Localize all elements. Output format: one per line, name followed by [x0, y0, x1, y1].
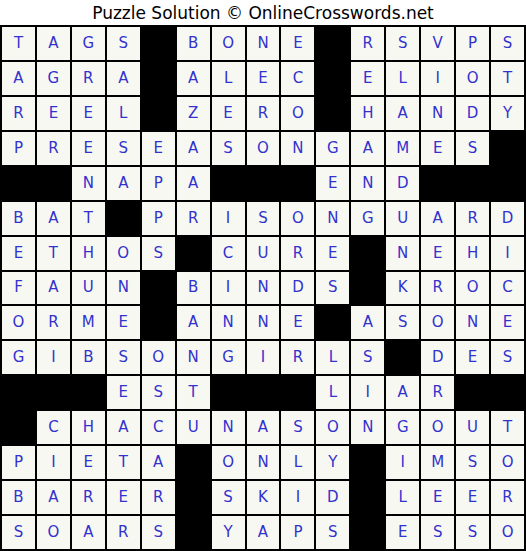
letter-cell: O	[316, 411, 349, 444]
letter-cell: O	[421, 306, 454, 339]
letter-cell: G	[37, 62, 70, 95]
block-cell	[72, 376, 105, 409]
block-cell	[247, 167, 280, 200]
block-cell	[386, 341, 419, 374]
letter-cell: G	[212, 341, 245, 374]
letter-cell: L	[281, 446, 314, 479]
letter-cell: S	[212, 132, 245, 165]
letter-cell: O	[456, 272, 489, 305]
block-cell	[247, 376, 280, 409]
letter-cell: A	[351, 306, 384, 339]
letter-cell: O	[456, 62, 489, 95]
letter-cell: O	[212, 27, 245, 60]
letter-cell: N	[247, 27, 280, 60]
letter-cell: Y	[491, 97, 524, 130]
letter-cell: T	[72, 202, 105, 235]
letter-cell: E	[107, 376, 140, 409]
letter-cell: A	[37, 202, 70, 235]
letter-cell: N	[316, 202, 349, 235]
letter-cell: B	[2, 202, 35, 235]
letter-cell: A	[107, 411, 140, 444]
letter-cell: E	[247, 62, 280, 95]
crossword-grid: TAGSBONERSVPSAGRAALECELIOTREELZEROHANDYP…	[0, 25, 526, 551]
letter-cell: B	[177, 27, 210, 60]
letter-cell: S	[456, 516, 489, 549]
letter-cell: A	[37, 272, 70, 305]
letter-cell: I	[421, 62, 454, 95]
letter-cell: P	[2, 132, 35, 165]
letter-cell: A	[247, 411, 280, 444]
letter-cell: A	[351, 132, 384, 165]
letter-cell: E	[316, 167, 349, 200]
letter-cell: G	[2, 341, 35, 374]
letter-cell: E	[72, 97, 105, 130]
block-cell	[281, 167, 314, 200]
block-cell	[316, 306, 349, 339]
block-cell	[142, 272, 175, 305]
letter-cell: A	[247, 516, 280, 549]
letter-cell: S	[351, 341, 384, 374]
letter-cell: L	[386, 481, 419, 514]
letter-cell: P	[142, 202, 175, 235]
letter-cell: I	[212, 202, 245, 235]
letter-cell: A	[177, 132, 210, 165]
letter-cell: E	[316, 237, 349, 270]
letter-cell: R	[72, 62, 105, 95]
letter-cell: E	[72, 132, 105, 165]
block-cell	[491, 167, 524, 200]
puzzle-solution-page: Puzzle Solution © OnlineCrosswords.net T…	[0, 0, 526, 551]
letter-cell: L	[212, 62, 245, 95]
letter-cell: P	[142, 167, 175, 200]
letter-cell: O	[491, 446, 524, 479]
letter-cell: A	[72, 516, 105, 549]
letter-cell: S	[2, 516, 35, 549]
letter-cell: E	[386, 516, 419, 549]
letter-cell: H	[456, 237, 489, 270]
letter-cell: C	[142, 411, 175, 444]
letter-cell: D	[386, 167, 419, 200]
letter-cell: Z	[177, 97, 210, 130]
letter-cell: A	[142, 446, 175, 479]
letter-cell: Y	[316, 446, 349, 479]
block-cell	[351, 481, 384, 514]
letter-cell: E	[107, 481, 140, 514]
letter-cell: N	[351, 167, 384, 200]
block-cell	[212, 376, 245, 409]
letter-cell: A	[37, 27, 70, 60]
letter-cell: E	[37, 97, 70, 130]
letter-cell: G	[351, 202, 384, 235]
letter-cell: R	[456, 202, 489, 235]
letter-cell: I	[212, 272, 245, 305]
letter-cell: S	[107, 27, 140, 60]
letter-cell: S	[386, 27, 419, 60]
letter-cell: A	[177, 306, 210, 339]
letter-cell: R	[421, 272, 454, 305]
letter-cell: E	[107, 306, 140, 339]
letter-cell: A	[386, 97, 419, 130]
letter-cell: C	[491, 272, 524, 305]
letter-cell: C	[37, 411, 70, 444]
block-cell	[281, 376, 314, 409]
letter-cell: D	[491, 202, 524, 235]
letter-cell: E	[421, 481, 454, 514]
letter-cell: O	[2, 306, 35, 339]
block-cell	[456, 376, 489, 409]
letter-cell: R	[37, 132, 70, 165]
letter-cell: N	[247, 306, 280, 339]
letter-cell: I	[37, 341, 70, 374]
letter-cell: S	[421, 516, 454, 549]
letter-cell: S	[386, 306, 419, 339]
block-cell	[2, 167, 35, 200]
letter-cell: I	[247, 341, 280, 374]
letter-cell: G	[316, 132, 349, 165]
letter-cell: F	[2, 272, 35, 305]
letter-cell: L	[316, 376, 349, 409]
letter-cell: R	[107, 516, 140, 549]
letter-cell: E	[351, 62, 384, 95]
letter-cell: O	[37, 516, 70, 549]
letter-cell: N	[177, 341, 210, 374]
block-cell	[177, 237, 210, 270]
letter-cell: E	[421, 237, 454, 270]
letter-cell: T	[107, 446, 140, 479]
letter-cell: D	[316, 481, 349, 514]
letter-cell: U	[177, 411, 210, 444]
letter-cell: P	[456, 27, 489, 60]
letter-cell: A	[107, 167, 140, 200]
letter-cell: O	[281, 202, 314, 235]
letter-cell: T	[37, 237, 70, 270]
letter-cell: S	[247, 202, 280, 235]
block-cell	[142, 306, 175, 339]
letter-cell: H	[351, 97, 384, 130]
letter-cell: A	[2, 62, 35, 95]
letter-cell: N	[247, 272, 280, 305]
letter-cell: N	[421, 97, 454, 130]
block-cell	[351, 272, 384, 305]
letter-cell: A	[421, 202, 454, 235]
letter-cell: N	[72, 167, 105, 200]
block-cell	[351, 237, 384, 270]
letter-cell: U	[72, 272, 105, 305]
letter-cell: A	[386, 376, 419, 409]
letter-cell: O	[247, 132, 280, 165]
letter-cell: E	[456, 341, 489, 374]
block-cell	[491, 376, 524, 409]
block-cell	[421, 167, 454, 200]
letter-cell: G	[386, 411, 419, 444]
letter-cell: E	[142, 132, 175, 165]
letter-cell: S	[316, 516, 349, 549]
letter-cell: R	[421, 376, 454, 409]
letter-cell: S	[142, 516, 175, 549]
letter-cell: C	[281, 62, 314, 95]
letter-cell: T	[2, 27, 35, 60]
letter-cell: S	[212, 481, 245, 514]
letter-cell: I	[386, 446, 419, 479]
letter-cell: E	[212, 97, 245, 130]
letter-cell: S	[456, 446, 489, 479]
letter-cell: L	[316, 341, 349, 374]
letter-cell: T	[491, 411, 524, 444]
block-cell	[177, 446, 210, 479]
letter-cell: R	[142, 481, 175, 514]
letter-cell: R	[247, 97, 280, 130]
letter-cell: O	[281, 97, 314, 130]
letter-cell: I	[491, 237, 524, 270]
letter-cell: R	[177, 202, 210, 235]
letter-cell: L	[107, 97, 140, 130]
letter-cell: E	[456, 481, 489, 514]
letter-cell: U	[456, 411, 489, 444]
letter-cell: E	[281, 306, 314, 339]
letter-cell: A	[107, 62, 140, 95]
letter-cell: S	[491, 341, 524, 374]
letter-cell: E	[421, 132, 454, 165]
letter-cell: S	[142, 237, 175, 270]
letter-cell: R	[281, 341, 314, 374]
block-cell	[37, 376, 70, 409]
block-cell	[351, 516, 384, 549]
block-cell	[212, 167, 245, 200]
letter-cell: O	[107, 237, 140, 270]
letter-cell: P	[2, 446, 35, 479]
letter-cell: N	[386, 237, 419, 270]
page-title: Puzzle Solution © OnlineCrosswords.net	[0, 0, 526, 25]
letter-cell: R	[491, 481, 524, 514]
block-cell	[37, 167, 70, 200]
letter-cell: O	[142, 341, 175, 374]
letter-cell: O	[212, 446, 245, 479]
letter-cell: S	[107, 132, 140, 165]
letter-cell: U	[247, 237, 280, 270]
letter-cell: Y	[212, 516, 245, 549]
letter-cell: R	[351, 27, 384, 60]
block-cell	[351, 446, 384, 479]
block-cell	[316, 27, 349, 60]
letter-cell: P	[281, 516, 314, 549]
letter-cell: E	[2, 237, 35, 270]
letter-cell: M	[386, 132, 419, 165]
letter-cell: C	[212, 237, 245, 270]
letter-cell: B	[177, 272, 210, 305]
block-cell	[2, 376, 35, 409]
letter-cell: I	[351, 376, 384, 409]
letter-cell: S	[316, 272, 349, 305]
letter-cell: S	[456, 132, 489, 165]
letter-cell: N	[247, 446, 280, 479]
letter-cell: S	[142, 376, 175, 409]
block-cell	[456, 167, 489, 200]
block-cell	[142, 27, 175, 60]
letter-cell: K	[386, 272, 419, 305]
letter-cell: A	[37, 481, 70, 514]
letter-cell: V	[421, 27, 454, 60]
letter-cell: G	[72, 27, 105, 60]
letter-cell: N	[107, 272, 140, 305]
letter-cell: N	[456, 306, 489, 339]
letter-cell: N	[212, 306, 245, 339]
letter-cell: I	[281, 481, 314, 514]
block-cell	[177, 481, 210, 514]
letter-cell: I	[37, 446, 70, 479]
letter-cell: N	[351, 411, 384, 444]
letter-cell: L	[386, 62, 419, 95]
letter-cell: R	[72, 481, 105, 514]
letter-cell: S	[281, 411, 314, 444]
letter-cell: O	[491, 516, 524, 549]
block-cell	[142, 97, 175, 130]
letter-cell: D	[281, 272, 314, 305]
block-cell	[2, 411, 35, 444]
letter-cell: M	[421, 446, 454, 479]
letter-cell: R	[281, 237, 314, 270]
letter-cell: T	[491, 62, 524, 95]
letter-cell: R	[2, 97, 35, 130]
letter-cell: U	[386, 202, 419, 235]
letter-cell: H	[72, 411, 105, 444]
letter-cell: M	[72, 306, 105, 339]
letter-cell: D	[456, 97, 489, 130]
letter-cell: E	[491, 306, 524, 339]
block-cell	[316, 62, 349, 95]
letter-cell: T	[177, 376, 210, 409]
letter-cell: D	[421, 341, 454, 374]
letter-cell: R	[37, 306, 70, 339]
letter-cell: N	[281, 132, 314, 165]
block-cell	[316, 97, 349, 130]
letter-cell: A	[177, 167, 210, 200]
letter-cell: N	[212, 411, 245, 444]
letter-cell: A	[177, 62, 210, 95]
letter-cell: K	[247, 481, 280, 514]
letter-cell: E	[72, 446, 105, 479]
letter-cell: E	[281, 27, 314, 60]
block-cell	[142, 62, 175, 95]
block-cell	[107, 202, 140, 235]
block-cell	[177, 516, 210, 549]
letter-cell: B	[72, 341, 105, 374]
letter-cell: H	[72, 237, 105, 270]
block-cell	[491, 132, 524, 165]
letter-cell: S	[107, 341, 140, 374]
letter-cell: O	[421, 411, 454, 444]
letter-cell: S	[491, 27, 524, 60]
letter-cell: B	[2, 481, 35, 514]
